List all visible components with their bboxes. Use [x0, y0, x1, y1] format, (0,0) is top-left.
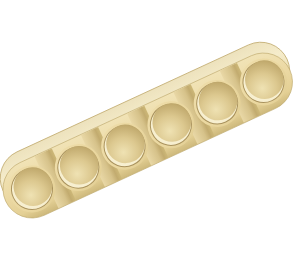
product-photo — [0, 0, 300, 265]
lego-beam-illustration — [0, 0, 300, 265]
